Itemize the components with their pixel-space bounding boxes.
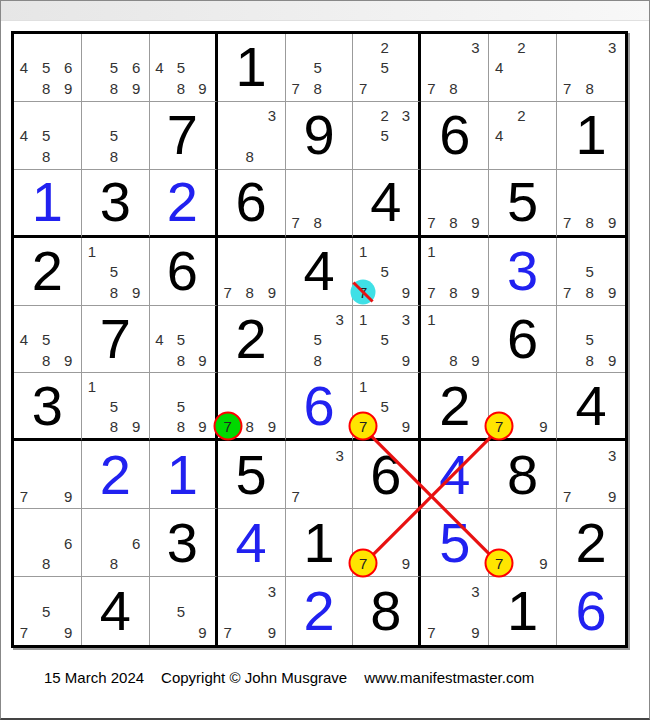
cell-r8c3[interactable]: 3 [150,509,218,577]
candidate-5: 5 [586,264,594,279]
cell-r9c4[interactable]: 379 [218,577,286,645]
candidate-7-yellow-circle: 7 [349,411,378,440]
candidate-8: 8 [246,418,254,433]
cell-r6c7[interactable]: 2 [421,373,489,441]
candidate-8: 8 [177,81,185,96]
cell-r5c5[interactable]: 358 [286,306,354,374]
candidate-9: 9 [198,418,206,433]
footer: 15 March 2024 Copyright © John Musgrave … [44,669,534,686]
cell-r8c5[interactable]: 1 [286,509,354,577]
candidate-8: 8 [449,284,457,299]
candidate-5: 5 [313,331,321,346]
cell-r6c9[interactable]: 4 [557,373,625,441]
given-digit: 1 [236,39,267,95]
candidate-5: 5 [110,128,118,143]
cell-r4c7[interactable]: 1789 [421,238,489,306]
cell-r2c3[interactable]: 7 [150,102,218,170]
cell-r1c5[interactable]: 578 [286,34,354,102]
cell-r9c5[interactable]: 2 [286,577,354,645]
footer-website[interactable]: www.manifestmaster.com [364,669,534,686]
candidate-9: 9 [132,284,140,299]
candidate-8: 8 [42,81,50,96]
candidate-3: 3 [471,40,479,55]
cell-r4c2[interactable]: 1589 [82,238,150,306]
candidate-7-green-circle: 7 [213,411,242,440]
candidate-1: 1 [88,244,96,259]
cell-r3c1[interactable]: 1 [14,170,82,238]
cell-r4c8[interactable]: 3 [489,238,557,306]
candidate-7: 7 [427,215,435,230]
candidate-6: 6 [132,60,140,75]
cell-r1c7[interactable]: 378 [421,34,489,102]
candidate-5: 5 [586,331,594,346]
candidate-9: 9 [402,284,410,299]
candidate-5: 5 [380,398,388,413]
candidate-5: 5 [313,60,321,75]
solved-digit: 4 [439,447,470,503]
candidate-7: 7 [563,215,571,230]
cell-r9c3[interactable]: 59 [150,577,218,645]
candidate-8: 8 [313,215,321,230]
candidate-7: 7 [20,625,28,640]
cell-r7c9[interactable]: 379 [557,441,625,509]
candidate-5: 5 [42,331,50,346]
cell-r4c6[interactable]: 1579 [353,238,421,306]
cell-r7c5[interactable]: 37 [286,441,354,509]
candidate-1: 1 [88,379,96,394]
cell-r8c6[interactable]: 79 [353,509,421,577]
candidate-9: 9 [608,352,616,367]
candidate-4: 4 [495,128,503,143]
candidate-4: 4 [155,331,163,346]
cell-r1c2[interactable]: 5689 [82,34,150,102]
candidate-9: 9 [471,215,479,230]
cell-r4c9[interactable]: 5789 [557,238,625,306]
cell-r9c1[interactable]: 579 [14,577,82,645]
solved-digit: 4 [236,515,267,571]
given-digit: 6 [236,174,267,230]
cell-r7c8[interactable]: 8 [489,441,557,509]
cell-r3c8[interactable]: 5 [489,170,557,238]
candidate-8: 8 [110,149,118,164]
candidate-7: 7 [563,488,571,503]
given-digit: 6 [167,243,198,299]
candidate-1: 1 [427,311,435,326]
cell-r1c1[interactable]: 45689 [14,34,82,102]
candidate-6: 6 [64,535,72,550]
candidate-8: 8 [586,81,594,96]
cell-r2c8[interactable]: 24 [489,102,557,170]
solved-digit: 1 [167,447,198,503]
cell-r1c3[interactable]: 4589 [150,34,218,102]
cell-r8c8[interactable]: 79 [489,509,557,577]
candidate-9: 9 [64,488,72,503]
candidate-4: 4 [20,331,28,346]
candidate-9: 9 [198,352,206,367]
candidate-5: 5 [110,60,118,75]
given-digit: 3 [100,174,131,230]
solved-digit: 5 [439,515,470,571]
candidate-8: 8 [449,352,457,367]
cell-r7c4[interactable]: 5 [218,441,286,509]
candidate-6: 6 [64,60,72,75]
candidate-9: 9 [608,488,616,503]
given-digit: 7 [167,107,198,163]
solved-digit: 6 [303,378,334,434]
candidate-9: 9 [198,81,206,96]
candidate-9: 9 [132,81,140,96]
candidate-7: 7 [224,284,232,299]
cell-r5c2[interactable]: 7 [82,306,150,374]
candidate-2: 2 [517,108,525,123]
cell-r8c9[interactable]: 2 [557,509,625,577]
cell-r6c6[interactable]: 1579 [353,373,421,441]
candidate-7: 7 [291,81,299,96]
cell-r7c6[interactable]: 6 [353,441,421,509]
given-digit: 6 [507,311,538,367]
cell-r5c9[interactable]: 589 [557,306,625,374]
cell-r2c2[interactable]: 58 [82,102,150,170]
candidate-9: 9 [268,284,276,299]
cell-r9c8[interactable]: 1 [489,577,557,645]
given-digit: 2 [439,378,470,434]
cell-r3c5[interactable]: 78 [286,170,354,238]
cell-r9c9[interactable]: 6 [557,577,625,645]
solved-digit: 2 [303,583,334,639]
candidate-8: 8 [110,81,118,96]
given-digit: 9 [303,107,334,163]
candidate-8: 8 [449,215,457,230]
cell-r8c2[interactable]: 68 [82,509,150,577]
cell-r2c4[interactable]: 38 [218,102,286,170]
candidate-7: 7 [291,215,299,230]
candidate-8: 8 [177,352,185,367]
given-digit: 2 [236,311,267,367]
candidate-7: 7 [20,488,28,503]
candidate-8: 8 [313,81,321,96]
candidate-5: 5 [177,331,185,346]
cell-r5c6[interactable]: 1359 [353,306,421,374]
given-digit: 8 [370,583,401,639]
cell-r4c3[interactable]: 6 [150,238,218,306]
candidate-9: 9 [608,284,616,299]
candidate-9: 9 [198,625,206,640]
cell-r3c2[interactable]: 3 [82,170,150,238]
candidate-3: 3 [608,447,616,462]
candidate-8: 8 [42,556,50,571]
given-digit: 8 [507,447,538,503]
candidate-7: 7 [563,284,571,299]
candidate-2: 2 [380,40,388,55]
candidate-1: 1 [359,244,367,259]
cell-r2c9[interactable]: 1 [557,102,625,170]
window-top-bar [0,0,650,21]
cell-r8c4[interactable]: 4 [218,509,286,577]
candidate-1: 1 [427,244,435,259]
sudoku-board: 4568956894589157825737824378458587389235… [11,31,628,648]
candidate-5: 5 [177,398,185,413]
candidate-6: 6 [132,535,140,550]
candidate-9: 9 [402,352,410,367]
cell-r5c3[interactable]: 4589 [150,306,218,374]
given-digit: 4 [100,583,131,639]
candidate-4: 4 [20,60,28,75]
solved-digit: 2 [167,174,198,230]
candidate-7: 7 [224,625,232,640]
candidate-5: 5 [110,398,118,413]
cell-r4c5[interactable]: 4 [286,238,354,306]
cell-r2c5[interactable]: 9 [286,102,354,170]
candidate-9: 9 [132,418,140,433]
candidate-3: 3 [608,40,616,55]
given-digit: 2 [575,515,606,571]
cell-r4c1[interactable]: 2 [14,238,82,306]
candidate-8: 8 [110,418,118,433]
candidate-8: 8 [42,352,50,367]
candidate-4: 4 [20,128,28,143]
candidate-7: 7 [427,81,435,96]
cell-r5c4[interactable]: 2 [218,306,286,374]
cell-r7c3[interactable]: 1 [150,441,218,509]
cell-r5c8[interactable]: 6 [489,306,557,374]
candidate-9: 9 [471,625,479,640]
cell-r5c1[interactable]: 4589 [14,306,82,374]
given-digit: 6 [439,107,470,163]
candidate-3: 3 [336,447,344,462]
candidate-3: 3 [268,583,276,598]
candidate-7-yellow-circle: 7 [485,549,514,578]
candidate-9: 9 [64,81,72,96]
cell-r1c9[interactable]: 378 [557,34,625,102]
candidate-5: 5 [380,264,388,279]
given-digit: 7 [100,311,131,367]
candidate-5: 5 [177,604,185,619]
cell-r7c2[interactable]: 2 [82,441,150,509]
candidate-3: 3 [402,311,410,326]
candidate-3: 3 [336,311,344,326]
candidate-5: 5 [42,128,50,143]
cell-r8c7[interactable]: 5 [421,509,489,577]
cell-r3c3[interactable]: 2 [150,170,218,238]
candidate-8: 8 [110,556,118,571]
candidate-7: 7 [427,625,435,640]
cell-r2c1[interactable]: 458 [14,102,82,170]
cell-r6c4[interactable]: 789 [218,373,286,441]
candidate-8: 8 [246,149,254,164]
cell-r6c5[interactable]: 6 [286,373,354,441]
candidate-2: 2 [517,40,525,55]
cell-r9c2[interactable]: 4 [82,577,150,645]
cell-r9c7[interactable]: 379 [421,577,489,645]
candidate-9: 9 [402,556,410,571]
candidate-5: 5 [42,604,50,619]
candidate-8: 8 [586,215,594,230]
given-digit: 6 [370,447,401,503]
candidate-5: 5 [177,60,185,75]
candidate-5: 5 [380,60,388,75]
candidate-7-yellow-circle: 7 [485,411,514,440]
solved-digit: 6 [575,583,606,639]
candidate-7-cyan-circle: 7 [351,279,376,304]
given-digit: 1 [507,583,538,639]
candidate-9: 9 [471,284,479,299]
cell-r1c6[interactable]: 257 [353,34,421,102]
candidate-9: 9 [539,556,547,571]
candidate-8: 8 [586,352,594,367]
candidate-7-yellow-circle: 7 [349,549,378,578]
candidate-9: 9 [64,352,72,367]
candidate-9: 9 [268,625,276,640]
candidate-7: 7 [291,488,299,503]
cell-r1c4[interactable]: 1 [218,34,286,102]
given-digit: 3 [167,515,198,571]
cell-r6c1[interactable]: 3 [14,373,82,441]
given-digit: 3 [32,378,63,434]
candidate-4: 4 [155,60,163,75]
candidate-5: 5 [110,264,118,279]
cell-r1c8[interactable]: 24 [489,34,557,102]
cell-r8c1[interactable]: 68 [14,509,82,577]
cell-r3c4[interactable]: 6 [218,170,286,238]
candidate-9: 9 [64,625,72,640]
candidate-9: 9 [471,352,479,367]
candidate-8: 8 [246,284,254,299]
candidate-8: 8 [110,284,118,299]
candidate-1: 1 [359,379,367,394]
candidate-8: 8 [449,81,457,96]
cell-r6c2[interactable]: 1589 [82,373,150,441]
cell-r6c8[interactable]: 79 [489,373,557,441]
candidate-7: 7 [427,284,435,299]
cell-r5c7[interactable]: 189 [421,306,489,374]
candidate-9: 9 [539,418,547,433]
cell-r7c7[interactable]: 4 [421,441,489,509]
given-digit: 4 [575,378,606,434]
candidate-8: 8 [586,284,594,299]
cell-r3c9[interactable]: 789 [557,170,625,238]
cell-r6c3[interactable]: 589 [150,373,218,441]
given-digit: 4 [370,174,401,230]
given-digit: 2 [32,243,63,299]
candidate-5: 5 [380,331,388,346]
solved-digit: 1 [32,174,63,230]
candidate-8: 8 [313,352,321,367]
solved-digit: 2 [100,447,131,503]
cell-r9c6[interactable]: 8 [353,577,421,645]
candidate-3: 3 [402,108,410,123]
candidate-8: 8 [42,149,50,164]
candidate-1: 1 [359,311,367,326]
cell-r3c7[interactable]: 789 [421,170,489,238]
given-digit: 5 [507,174,538,230]
candidate-4: 4 [495,60,503,75]
candidate-7: 7 [359,81,367,96]
candidate-5: 5 [42,60,50,75]
cell-r4c4[interactable]: 789 [218,238,286,306]
candidate-3: 3 [471,583,479,598]
footer-date: 15 March 2024 [44,669,144,686]
candidate-9: 9 [268,418,276,433]
cell-r7c1[interactable]: 79 [14,441,82,509]
candidate-2: 2 [380,108,388,123]
footer-copyright: Copyright © John Musgrave [161,669,347,686]
cell-r2c7[interactable]: 6 [421,102,489,170]
candidate-7: 7 [563,81,571,96]
given-digit: 5 [236,447,267,503]
candidate-9: 9 [608,215,616,230]
given-digit: 1 [575,107,606,163]
given-digit: 4 [303,243,334,299]
cell-r2c6[interactable]: 235 [353,102,421,170]
candidate-5: 5 [380,128,388,143]
given-digit: 1 [303,515,334,571]
cell-r3c6[interactable]: 4 [353,170,421,238]
candidate-9: 9 [402,418,410,433]
candidate-3: 3 [268,108,276,123]
solved-digit: 3 [507,243,538,299]
candidate-8: 8 [177,418,185,433]
